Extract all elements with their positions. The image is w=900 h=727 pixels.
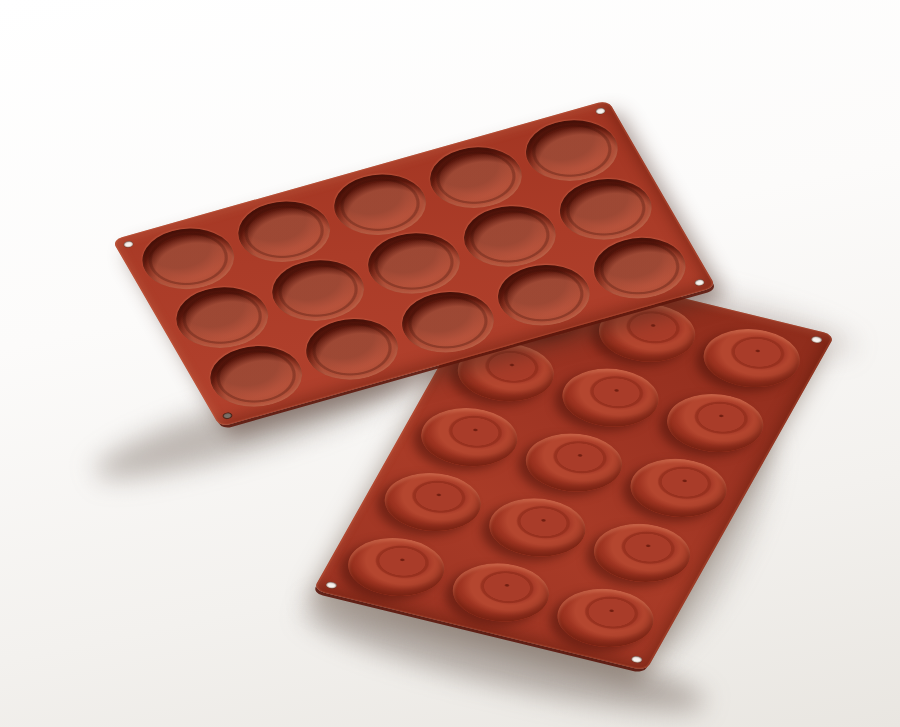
mold-bump: [581, 515, 703, 591]
mold-cavity: [581, 228, 699, 308]
mold-cavity: [197, 336, 315, 416]
mold-bump: [372, 464, 494, 540]
mold-bump: [513, 425, 635, 501]
mold-bump: [550, 360, 672, 436]
product-photo-scene: [0, 0, 900, 727]
mold-cavity: [293, 309, 411, 389]
mold-bump: [409, 399, 531, 475]
mold-bump: [477, 489, 599, 565]
mold-cavity: [389, 282, 507, 362]
mold-bump: [440, 554, 562, 630]
mold-bump: [654, 385, 776, 461]
mold-bump: [335, 529, 457, 605]
mold-bump: [618, 450, 740, 526]
mold-bump: [691, 320, 813, 396]
mold-cavity: [485, 255, 603, 335]
mold-bump: [545, 580, 667, 656]
